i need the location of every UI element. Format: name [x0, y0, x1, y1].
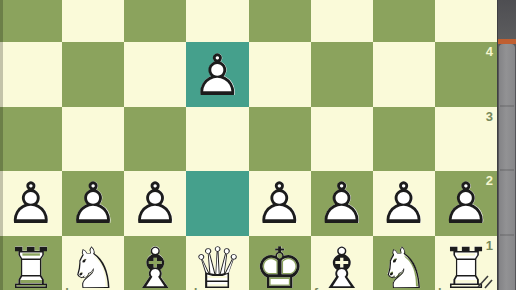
white-bishop[interactable]: ♝︎♗ [124, 236, 186, 290]
chess-board: ♟︎♙43♟︎♙♟︎♙♟︎♙♟︎♙♟︎♙♟︎♙2♟︎♙a♜︎♖b♞︎♘c♝︎♗d… [0, 0, 497, 290]
square-h2[interactable]: 2♟︎♙ [435, 171, 497, 235]
square-b2[interactable]: ♟︎♙ [62, 171, 124, 235]
square-d1[interactable]: d♛︎♕ [186, 236, 248, 290]
white-knight[interactable]: ♞︎♘ [62, 236, 124, 290]
square-c4[interactable] [124, 42, 186, 106]
scrollbar-seam [500, 234, 514, 236]
square-b4[interactable] [62, 42, 124, 106]
square-b1[interactable]: b♞︎♘ [62, 236, 124, 290]
square-e4[interactable] [249, 42, 311, 106]
white-pawn[interactable]: ♟︎♙ [186, 42, 248, 106]
square-d5[interactable] [186, 0, 248, 42]
square-d4[interactable]: ♟︎♙ [186, 42, 248, 106]
square-g4[interactable] [373, 42, 435, 106]
square-c2[interactable]: ♟︎♙ [124, 171, 186, 235]
white-rook[interactable]: ♜︎♖ [0, 236, 62, 290]
square-g1[interactable]: g♞︎♘ [373, 236, 435, 290]
scrollbar-thumb[interactable] [499, 44, 515, 290]
square-g2[interactable]: ♟︎♙ [373, 171, 435, 235]
square-g5[interactable] [373, 0, 435, 42]
square-c3[interactable] [124, 107, 186, 171]
square-c5[interactable] [124, 0, 186, 42]
square-a5[interactable] [0, 0, 62, 42]
chess-board-view: ♟︎♙43♟︎♙♟︎♙♟︎♙♟︎♙♟︎♙♟︎♙2♟︎♙a♜︎♖b♞︎♘c♝︎♗d… [0, 0, 516, 290]
square-b5[interactable] [62, 0, 124, 42]
square-b3[interactable] [62, 107, 124, 171]
square-f3[interactable] [311, 107, 373, 171]
square-a3[interactable] [0, 107, 62, 171]
white-pawn[interactable]: ♟︎♙ [0, 171, 62, 235]
square-e1[interactable]: e♚︎♔ [249, 236, 311, 290]
square-a4[interactable] [0, 42, 62, 106]
square-a2[interactable]: ♟︎♙ [0, 171, 62, 235]
white-pawn[interactable]: ♟︎♙ [124, 171, 186, 235]
rank-label-4: 4 [486, 45, 493, 58]
white-knight[interactable]: ♞︎♘ [373, 236, 435, 290]
square-f4[interactable] [311, 42, 373, 106]
scrollbar-track-top [498, 0, 516, 39]
white-king[interactable]: ♚︎♔ [249, 236, 311, 290]
square-h4[interactable]: 4 [435, 42, 497, 106]
white-queen[interactable]: ♛︎♕ [186, 236, 248, 290]
square-e3[interactable] [249, 107, 311, 171]
square-e5[interactable] [249, 0, 311, 42]
scrollbar-seam [500, 169, 514, 171]
square-f1[interactable]: f♝︎♗ [311, 236, 373, 290]
white-bishop[interactable]: ♝︎♗ [311, 236, 373, 290]
white-pawn[interactable]: ♟︎♙ [62, 171, 124, 235]
square-f5[interactable] [311, 0, 373, 42]
scrollbar-seam [500, 105, 514, 107]
square-e2[interactable]: ♟︎♙ [249, 171, 311, 235]
scrollbar-track[interactable] [497, 0, 516, 290]
rank-label-3: 3 [486, 110, 493, 123]
square-a1[interactable]: a♜︎♖ [0, 236, 62, 290]
white-pawn[interactable]: ♟︎♙ [311, 171, 373, 235]
square-d2[interactable] [186, 171, 248, 235]
board-resize-handle[interactable] [476, 273, 494, 289]
board-grid: ♟︎♙43♟︎♙♟︎♙♟︎♙♟︎♙♟︎♙♟︎♙2♟︎♙a♜︎♖b♞︎♘c♝︎♗d… [0, 0, 497, 290]
square-h3[interactable]: 3 [435, 107, 497, 171]
square-g3[interactable] [373, 107, 435, 171]
square-f2[interactable]: ♟︎♙ [311, 171, 373, 235]
white-pawn[interactable]: ♟︎♙ [373, 171, 435, 235]
white-pawn[interactable]: ♟︎♙ [249, 171, 311, 235]
square-c1[interactable]: c♝︎♗ [124, 236, 186, 290]
white-pawn[interactable]: ♟︎♙ [435, 171, 497, 235]
square-d3[interactable] [186, 107, 248, 171]
square-h5[interactable] [435, 0, 497, 42]
